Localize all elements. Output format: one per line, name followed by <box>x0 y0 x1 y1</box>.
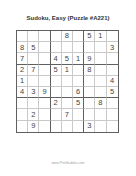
cell-r5c3[interactable] <box>39 76 50 87</box>
cell-r9c9[interactable] <box>107 121 118 132</box>
cell-r3c8[interactable] <box>95 53 106 64</box>
cell-r2c6[interactable] <box>73 42 84 53</box>
cell-r2c2[interactable]: 5 <box>28 42 39 53</box>
cell-r1c4[interactable] <box>51 31 62 42</box>
cell-r9c4[interactable] <box>51 121 62 132</box>
cell-r5c4[interactable] <box>51 76 62 87</box>
cell-r9c3[interactable] <box>39 121 50 132</box>
cell-r4c1[interactable]: 2 <box>17 65 28 76</box>
page-title: Sudoku, Easy (Puzzle #A221) <box>0 15 136 21</box>
cell-r3c7[interactable]: 9 <box>84 53 95 64</box>
cell-r6c2[interactable]: 3 <box>28 87 39 98</box>
cell-r3c4[interactable]: 4 <box>51 53 62 64</box>
cell-r7c9[interactable] <box>107 98 118 109</box>
cell-r6c3[interactable]: 9 <box>39 87 50 98</box>
cell-r6c5[interactable] <box>62 87 73 98</box>
cell-r5c8[interactable] <box>95 76 106 87</box>
cell-r1c5[interactable]: 8 <box>62 31 73 42</box>
cell-r6c7[interactable] <box>84 87 95 98</box>
cell-r9c1[interactable] <box>17 121 28 132</box>
cell-r3c3[interactable] <box>39 53 50 64</box>
cell-r2c4[interactable] <box>51 42 62 53</box>
cell-r9c2[interactable]: 9 <box>28 121 39 132</box>
cell-r3c9[interactable] <box>107 53 118 64</box>
cell-r4c3[interactable] <box>39 65 50 76</box>
cell-r8c5[interactable]: 7 <box>62 109 73 120</box>
cell-r1c1[interactable] <box>17 31 28 42</box>
cell-r9c8[interactable] <box>95 121 106 132</box>
cell-r5c6[interactable] <box>73 76 84 87</box>
cell-r4c9[interactable] <box>107 65 118 76</box>
cell-r2c3[interactable] <box>39 42 50 53</box>
cell-r8c6[interactable] <box>73 109 84 120</box>
sudoku-grid: 851853745192751814439652582793 <box>16 30 119 133</box>
cell-r2c5[interactable] <box>62 42 73 53</box>
cell-r5c1[interactable]: 1 <box>17 76 28 87</box>
cell-r6c8[interactable] <box>95 87 106 98</box>
cell-r7c6[interactable]: 5 <box>73 98 84 109</box>
cell-r1c3[interactable] <box>39 31 50 42</box>
cell-r7c3[interactable] <box>39 98 50 109</box>
cell-r6c6[interactable]: 6 <box>73 87 84 98</box>
cell-r7c1[interactable] <box>17 98 28 109</box>
cell-r5c9[interactable]: 4 <box>107 76 118 87</box>
cell-r2c8[interactable] <box>95 42 106 53</box>
cell-r8c9[interactable] <box>107 109 118 120</box>
cell-r7c2[interactable] <box>28 98 39 109</box>
cell-r1c9[interactable] <box>107 31 118 42</box>
cell-r7c8[interactable]: 8 <box>95 98 106 109</box>
cell-r8c2[interactable]: 2 <box>28 109 39 120</box>
cell-r3c1[interactable]: 7 <box>17 53 28 64</box>
cell-r8c7[interactable] <box>84 109 95 120</box>
cell-r3c6[interactable]: 1 <box>73 53 84 64</box>
cell-r4c8[interactable] <box>95 65 106 76</box>
cell-r1c2[interactable] <box>28 31 39 42</box>
cell-r9c5[interactable] <box>62 121 73 132</box>
cell-r4c4[interactable]: 5 <box>51 65 62 76</box>
footer-url: www.PrintSudoku.com <box>31 161 106 164</box>
cell-r1c8[interactable]: 1 <box>95 31 106 42</box>
cell-r8c4[interactable] <box>51 109 62 120</box>
cell-r1c7[interactable]: 5 <box>84 31 95 42</box>
cell-r5c7[interactable] <box>84 76 95 87</box>
cell-r5c5[interactable] <box>62 76 73 87</box>
cell-r8c1[interactable] <box>17 109 28 120</box>
cell-r7c7[interactable] <box>84 98 95 109</box>
cell-r7c4[interactable]: 2 <box>51 98 62 109</box>
cell-r6c9[interactable]: 5 <box>107 87 118 98</box>
cell-r8c8[interactable] <box>95 109 106 120</box>
cell-r4c5[interactable]: 1 <box>62 65 73 76</box>
cell-r6c1[interactable]: 4 <box>17 87 28 98</box>
cell-r2c1[interactable]: 8 <box>17 42 28 53</box>
cell-r5c2[interactable] <box>28 76 39 87</box>
cell-r9c6[interactable] <box>73 121 84 132</box>
cell-r3c5[interactable]: 5 <box>62 53 73 64</box>
cell-r2c7[interactable] <box>84 42 95 53</box>
cell-r9c7[interactable]: 3 <box>84 121 95 132</box>
cell-r2c9[interactable]: 3 <box>107 42 118 53</box>
cell-r7c5[interactable] <box>62 98 73 109</box>
cell-r1c6[interactable] <box>73 31 84 42</box>
cell-r3c2[interactable] <box>28 53 39 64</box>
cell-r4c7[interactable]: 8 <box>84 65 95 76</box>
cell-r4c6[interactable] <box>73 65 84 76</box>
cell-r6c4[interactable] <box>51 87 62 98</box>
cell-r4c2[interactable]: 7 <box>28 65 39 76</box>
cell-r8c3[interactable] <box>39 109 50 120</box>
